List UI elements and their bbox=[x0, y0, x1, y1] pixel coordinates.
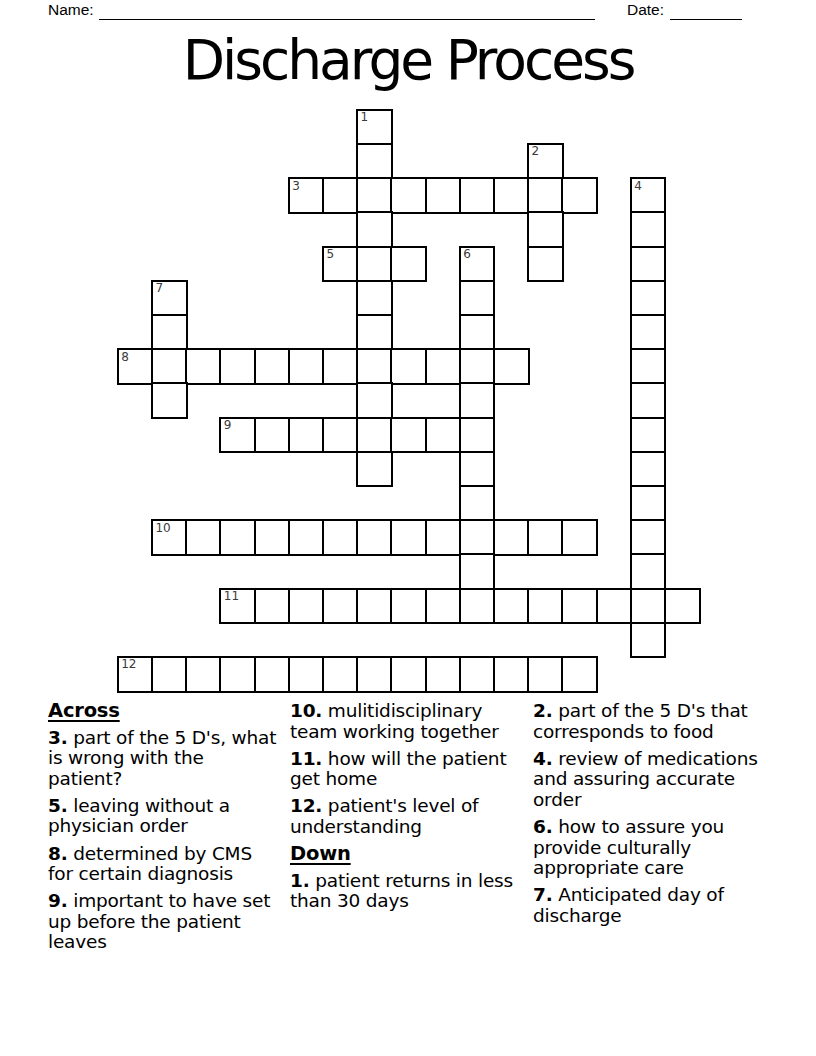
grid-cell-r9c3[interactable]: 9 bbox=[219, 417, 256, 454]
grid-cell-r14c15[interactable] bbox=[630, 588, 667, 625]
grid-cell-r16c4[interactable] bbox=[254, 656, 291, 693]
grid-cell-r9c10[interactable] bbox=[459, 417, 496, 454]
grid-cell-r8c15[interactable] bbox=[630, 382, 667, 419]
grid-cell-r8c10[interactable] bbox=[459, 382, 496, 419]
clue-number-label: 10. bbox=[290, 700, 322, 721]
grid-cell-r12c7[interactable] bbox=[356, 519, 393, 556]
grid-cell-r16c9[interactable] bbox=[425, 656, 462, 693]
grid-cell-r1c12[interactable]: 2 bbox=[527, 143, 564, 180]
clue-header-across: Across bbox=[48, 699, 120, 722]
grid-cell-r16c13[interactable] bbox=[561, 656, 598, 693]
grid-cell-r16c5[interactable] bbox=[288, 656, 325, 693]
clue-column-2: 10. mulitidisciplinary team working toge… bbox=[290, 701, 522, 918]
clue-column-3: 2. part of the 5 D's that corresponds to… bbox=[533, 701, 769, 933]
grid-cell-r12c8[interactable] bbox=[390, 519, 427, 556]
clue-across-10: 10. mulitidisciplinary team working toge… bbox=[290, 701, 522, 742]
grid-cell-r16c10[interactable] bbox=[459, 656, 496, 693]
clue-down-2: 2. part of the 5 D's that corresponds to… bbox=[533, 701, 769, 742]
grid-cell-r7c15[interactable] bbox=[630, 348, 667, 385]
grid-cell-r7c6[interactable] bbox=[322, 348, 359, 385]
grid-cell-r16c12[interactable] bbox=[527, 656, 564, 693]
grid-cell-r11c10[interactable] bbox=[459, 485, 496, 522]
grid-cell-r4c8[interactable] bbox=[390, 246, 427, 283]
cell-number-8: 8 bbox=[121, 351, 129, 364]
grid-cell-r2c12[interactable] bbox=[527, 177, 564, 214]
grid-cell-r16c11[interactable] bbox=[493, 656, 530, 693]
clue-down-4: 4. review of medications and assuring ac… bbox=[533, 749, 769, 811]
grid-cell-r2c8[interactable] bbox=[390, 177, 427, 214]
clue-across-12: 12. patient's level of understanding bbox=[290, 796, 522, 837]
grid-cell-r16c1[interactable] bbox=[151, 656, 188, 693]
grid-cell-r14c5[interactable] bbox=[288, 588, 325, 625]
grid-cell-r6c7[interactable] bbox=[356, 314, 393, 351]
cell-number-12: 12 bbox=[121, 658, 136, 671]
grid-cell-r7c1[interactable] bbox=[151, 348, 188, 385]
clue-across-11: 11. how will the patient get home bbox=[290, 749, 522, 790]
cell-number-3: 3 bbox=[292, 180, 300, 193]
grid-cell-r1c7[interactable] bbox=[356, 143, 393, 180]
grid-cell-r10c15[interactable] bbox=[630, 451, 667, 488]
grid-cell-r16c7[interactable] bbox=[356, 656, 393, 693]
grid-cell-r15c15[interactable] bbox=[630, 622, 667, 659]
grid-cell-r7c9[interactable] bbox=[425, 348, 462, 385]
grid-cell-r12c2[interactable] bbox=[185, 519, 222, 556]
grid-cell-r9c8[interactable] bbox=[390, 417, 427, 454]
grid-cell-r7c11[interactable] bbox=[493, 348, 530, 385]
grid-cell-r7c5[interactable] bbox=[288, 348, 325, 385]
clue-number-label: 9. bbox=[48, 890, 68, 911]
clue-column-1: Across3. part of the 5 D's, what is wron… bbox=[48, 701, 280, 960]
grid-cell-r2c5[interactable]: 3 bbox=[288, 177, 325, 214]
grid-cell-r14c3[interactable]: 11 bbox=[219, 588, 256, 625]
grid-cell-r12c3[interactable] bbox=[219, 519, 256, 556]
grid-cell-r7c4[interactable] bbox=[254, 348, 291, 385]
clue-number-label: 11. bbox=[290, 748, 322, 769]
grid-cell-r12c5[interactable] bbox=[288, 519, 325, 556]
grid-cell-r14c6[interactable] bbox=[322, 588, 359, 625]
clue-number-label: 6. bbox=[533, 816, 553, 837]
grid-cell-r9c9[interactable] bbox=[425, 417, 462, 454]
grid-cell-r14c7[interactable] bbox=[356, 588, 393, 625]
grid-cell-r4c7[interactable] bbox=[356, 246, 393, 283]
cell-number-9: 9 bbox=[224, 419, 232, 432]
grid-cell-r2c6[interactable] bbox=[322, 177, 359, 214]
grid-cell-r5c15[interactable] bbox=[630, 280, 667, 317]
clue-down-6: 6. how to assure you provide culturally … bbox=[533, 817, 769, 879]
grid-cell-r14c14[interactable] bbox=[596, 588, 633, 625]
clue-across-9: 9. important to have set up before the p… bbox=[48, 891, 280, 953]
clue-across-5: 5. leaving without a physician order bbox=[48, 796, 280, 837]
grid-cell-r3c12[interactable] bbox=[527, 211, 564, 248]
grid-cell-r12c4[interactable] bbox=[254, 519, 291, 556]
grid-cell-r8c1[interactable] bbox=[151, 382, 188, 419]
clue-across-8: 8. determined by CMS for certain diagnos… bbox=[48, 844, 280, 885]
grid-cell-r12c10[interactable] bbox=[459, 519, 496, 556]
clue-number-label: 12. bbox=[290, 795, 322, 816]
grid-cell-r12c12[interactable] bbox=[527, 519, 564, 556]
grid-cell-r12c9[interactable] bbox=[425, 519, 462, 556]
clue-number-label: 5. bbox=[48, 795, 68, 816]
grid-cell-r11c15[interactable] bbox=[630, 485, 667, 522]
grid-cell-r3c7[interactable] bbox=[356, 211, 393, 248]
grid-cell-r12c11[interactable] bbox=[493, 519, 530, 556]
grid-cell-r7c10[interactable] bbox=[459, 348, 496, 385]
cell-number-5: 5 bbox=[326, 248, 334, 261]
grid-cell-r4c6[interactable]: 5 bbox=[322, 246, 359, 283]
grid-cell-r14c8[interactable] bbox=[390, 588, 427, 625]
grid-cell-r2c7[interactable] bbox=[356, 177, 393, 214]
grid-cell-r4c10[interactable]: 6 bbox=[459, 246, 496, 283]
grid-cell-r9c7[interactable] bbox=[356, 417, 393, 454]
clue-across-3: 3. part of the 5 D's, what is wrong with… bbox=[48, 728, 280, 790]
grid-cell-r12c6[interactable] bbox=[322, 519, 359, 556]
grid-cell-r16c3[interactable] bbox=[219, 656, 256, 693]
grid-cell-r4c12[interactable] bbox=[527, 246, 564, 283]
grid-cell-r2c13[interactable] bbox=[561, 177, 598, 214]
cell-number-2: 2 bbox=[532, 145, 540, 158]
grid-cell-r12c13[interactable] bbox=[561, 519, 598, 556]
grid-cell-r7c8[interactable] bbox=[390, 348, 427, 385]
clue-number-label: 1. bbox=[290, 870, 310, 891]
grid-cell-r7c2[interactable] bbox=[185, 348, 222, 385]
grid-cell-r9c15[interactable] bbox=[630, 417, 667, 454]
grid-cell-r4c15[interactable] bbox=[630, 246, 667, 283]
grid-cell-r2c15[interactable]: 4 bbox=[630, 177, 667, 214]
grid-cell-r16c2[interactable] bbox=[185, 656, 222, 693]
grid-cell-r13c10[interactable] bbox=[459, 553, 496, 590]
grid-cell-r16c8[interactable] bbox=[390, 656, 427, 693]
grid-cell-r6c15[interactable] bbox=[630, 314, 667, 351]
grid-cell-r14c10[interactable] bbox=[459, 588, 496, 625]
clue-number-label: 2. bbox=[533, 700, 553, 721]
grid-cell-r9c6[interactable] bbox=[322, 417, 359, 454]
grid-cell-r14c9[interactable] bbox=[425, 588, 462, 625]
grid-cell-r12c15[interactable] bbox=[630, 519, 667, 556]
grid-cell-r7c7[interactable] bbox=[356, 348, 393, 385]
cell-number-7: 7 bbox=[155, 282, 163, 295]
grid-cell-r8c7[interactable] bbox=[356, 382, 393, 419]
grid-cell-r13c15[interactable] bbox=[630, 553, 667, 590]
clue-down-7: 7. Anticipated day of discharge bbox=[533, 885, 769, 926]
grid-cell-r14c12[interactable] bbox=[527, 588, 564, 625]
grid-cell-r10c7[interactable] bbox=[356, 451, 393, 488]
grid-cell-r9c5[interactable] bbox=[288, 417, 325, 454]
grid-cell-r5c10[interactable] bbox=[459, 280, 496, 317]
grid-cell-r14c11[interactable] bbox=[493, 588, 530, 625]
grid-cell-r0c7[interactable]: 1 bbox=[356, 109, 393, 146]
grid-cell-r12c1[interactable]: 10 bbox=[151, 519, 188, 556]
cell-number-6: 6 bbox=[463, 248, 471, 261]
clue-number-label: 8. bbox=[48, 843, 68, 864]
grid-cell-r14c16[interactable] bbox=[664, 588, 701, 625]
grid-cell-r7c3[interactable] bbox=[219, 348, 256, 385]
grid-cell-r16c0[interactable]: 12 bbox=[117, 656, 154, 693]
grid-cell-r14c13[interactable] bbox=[561, 588, 598, 625]
grid-cell-r6c1[interactable] bbox=[151, 314, 188, 351]
grid-cell-r2c9[interactable] bbox=[425, 177, 462, 214]
grid-cell-r2c10[interactable] bbox=[459, 177, 496, 214]
grid-cell-r3c15[interactable] bbox=[630, 211, 667, 248]
cell-number-4: 4 bbox=[634, 180, 642, 193]
clue-down-1: 1. patient returns in less than 30 days bbox=[290, 871, 522, 912]
grid-cell-r5c1[interactable]: 7 bbox=[151, 280, 188, 317]
clue-number-label: 3. bbox=[48, 727, 68, 748]
clue-header-down: Down bbox=[290, 842, 351, 865]
cell-number-1: 1 bbox=[361, 111, 369, 124]
grid-cell-r14c4[interactable] bbox=[254, 588, 291, 625]
grid-cell-r10c10[interactable] bbox=[459, 451, 496, 488]
grid-cell-r16c6[interactable] bbox=[322, 656, 359, 693]
grid-cell-r6c10[interactable] bbox=[459, 314, 496, 351]
grid-cell-r2c11[interactable] bbox=[493, 177, 530, 214]
crossword-worksheet: Name: Date: Discharge Process 1234567891… bbox=[0, 0, 816, 1056]
grid-cell-r5c7[interactable] bbox=[356, 280, 393, 317]
grid-cell-r9c4[interactable] bbox=[254, 417, 291, 454]
grid-cell-r7c0[interactable]: 8 bbox=[117, 348, 154, 385]
clue-number-label: 4. bbox=[533, 748, 553, 769]
clue-number-label: 7. bbox=[533, 884, 553, 905]
cell-number-11: 11 bbox=[224, 590, 239, 603]
cell-number-10: 10 bbox=[155, 522, 170, 535]
